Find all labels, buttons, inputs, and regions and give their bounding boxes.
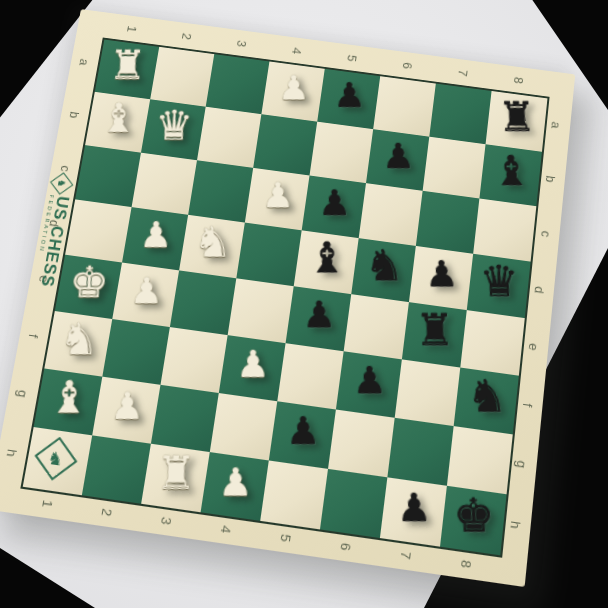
- white-pawn[interactable]: ♟: [261, 178, 294, 213]
- white-bishop[interactable]: ♝: [99, 98, 139, 139]
- square-a4[interactable]: ♟: [261, 61, 324, 121]
- square-d4[interactable]: [236, 223, 301, 287]
- square-b1[interactable]: ♝: [85, 92, 150, 153]
- coord-bottom-1: 1: [40, 498, 57, 508]
- coord-left-h: h: [4, 448, 21, 458]
- white-bishop[interactable]: ♝: [48, 375, 90, 420]
- square-g6[interactable]: [328, 410, 395, 478]
- square-b4[interactable]: [253, 114, 317, 175]
- coord-right-f: f: [520, 402, 536, 408]
- square-e6[interactable]: [344, 294, 409, 359]
- square-f5[interactable]: [277, 343, 343, 409]
- square-h5[interactable]: [260, 460, 328, 529]
- black-bishop[interactable]: ♝: [491, 150, 531, 192]
- black-rook[interactable]: ♜: [497, 97, 537, 138]
- coord-right-a: a: [549, 120, 564, 129]
- square-h3[interactable]: ♜: [141, 444, 210, 513]
- coord-left-b: b: [67, 110, 83, 119]
- coord-right-c: c: [538, 229, 553, 237]
- square-h8[interactable]: ♚: [440, 486, 507, 556]
- square-g2[interactable]: ♟: [92, 377, 160, 444]
- chess-board: 12345678 12345678 abcdefgh abcdefgh ♞ US…: [0, 9, 575, 587]
- square-f4[interactable]: ♟: [219, 335, 286, 401]
- square-f7[interactable]: [395, 359, 461, 426]
- square-h6[interactable]: [320, 469, 387, 538]
- square-f3[interactable]: [160, 327, 227, 393]
- square-h1[interactable]: [23, 427, 92, 495]
- black-pawn[interactable]: ♟: [382, 139, 415, 174]
- coord-top-4: 4: [290, 46, 305, 54]
- square-f2[interactable]: [102, 319, 170, 385]
- square-e1[interactable]: ♚: [55, 255, 122, 319]
- black-knight[interactable]: ♞: [466, 374, 508, 419]
- white-pawn[interactable]: ♟: [110, 387, 145, 425]
- square-d6[interactable]: ♞: [351, 238, 416, 302]
- square-d8[interactable]: ♛: [467, 254, 531, 318]
- coord-top-6: 6: [400, 61, 415, 69]
- coord-bottom-5: 5: [278, 533, 295, 543]
- square-f1[interactable]: ♞: [44, 311, 112, 377]
- square-g4[interactable]: [210, 393, 277, 460]
- square-d1[interactable]: [65, 199, 131, 262]
- square-f8[interactable]: ♞: [454, 368, 519, 435]
- square-d2[interactable]: ♟: [122, 207, 188, 270]
- square-a2[interactable]: [150, 47, 214, 107]
- coord-top-2: 2: [180, 32, 195, 40]
- coord-left-f: f: [26, 333, 42, 339]
- coord-bottom-3: 3: [158, 515, 175, 525]
- coord-left-a: a: [77, 58, 92, 66]
- white-pawn[interactable]: ♟: [129, 273, 163, 309]
- square-d5[interactable]: ♝: [294, 230, 359, 294]
- coord-top-3: 3: [235, 39, 250, 47]
- coord-right-h: h: [508, 519, 524, 529]
- us-chess-logo-icon: ♞: [51, 172, 74, 195]
- black-pawn[interactable]: ♟: [352, 362, 386, 400]
- white-pawn[interactable]: ♟: [236, 346, 270, 383]
- square-c1[interactable]: [75, 145, 141, 207]
- square-b3[interactable]: [197, 107, 261, 168]
- square-e4[interactable]: [228, 278, 294, 343]
- white-knight[interactable]: ♞: [58, 317, 99, 361]
- black-bishop[interactable]: ♝: [307, 237, 347, 280]
- square-c6[interactable]: [359, 183, 423, 246]
- coord-top-1: 1: [125, 24, 140, 32]
- coord-right-b: b: [543, 174, 558, 183]
- coord-right-g: g: [514, 459, 530, 469]
- square-d7[interactable]: ♟: [409, 246, 473, 310]
- black-king[interactable]: ♚: [453, 493, 495, 540]
- square-a7[interactable]: [429, 84, 491, 145]
- square-h2[interactable]: [82, 435, 151, 503]
- square-c3[interactable]: [188, 160, 253, 222]
- square-d3[interactable]: ♞: [179, 215, 245, 278]
- white-pawn[interactable]: ♟: [218, 463, 253, 502]
- board-grid: ♜♟♟♜♝♛♟♝♟♟♟♞♝♞♟♛♚♟♟♜♞♟♟♞♝♟♟♜♟♟♚: [20, 38, 549, 558]
- coord-bottom-4: 4: [218, 524, 235, 534]
- coord-right-d: d: [532, 285, 548, 294]
- square-c2[interactable]: [132, 153, 197, 215]
- square-c7[interactable]: [416, 191, 480, 254]
- black-pawn[interactable]: ♟: [286, 412, 320, 450]
- square-a3[interactable]: [206, 54, 270, 114]
- black-pawn[interactable]: ♟: [302, 297, 336, 334]
- white-pawn[interactable]: ♟: [278, 71, 310, 105]
- black-pawn[interactable]: ♟: [333, 78, 365, 112]
- square-b6[interactable]: ♟: [366, 129, 429, 191]
- square-b8[interactable]: ♝: [479, 144, 542, 206]
- square-c8[interactable]: [473, 198, 536, 261]
- square-h7[interactable]: ♟: [380, 477, 447, 546]
- black-pawn[interactable]: ♟: [396, 488, 431, 527]
- square-h4[interactable]: ♟: [201, 452, 269, 521]
- white-rook[interactable]: ♜: [155, 450, 197, 496]
- coord-top-7: 7: [456, 68, 471, 76]
- black-pawn[interactable]: ♟: [425, 256, 459, 292]
- square-a1[interactable]: ♜: [95, 40, 159, 100]
- square-e5[interactable]: ♟: [286, 286, 352, 351]
- white-king[interactable]: ♚: [69, 261, 110, 304]
- white-queen[interactable]: ♛: [154, 105, 193, 146]
- white-pawn[interactable]: ♟: [139, 217, 173, 253]
- square-e8[interactable]: [460, 310, 524, 376]
- square-e3[interactable]: [170, 270, 236, 335]
- white-knight[interactable]: ♞: [193, 221, 233, 264]
- square-a5[interactable]: ♟: [317, 69, 380, 129]
- square-b2[interactable]: ♛: [141, 99, 206, 160]
- square-c4[interactable]: ♟: [245, 168, 310, 230]
- coord-bottom-7: 7: [398, 550, 414, 560]
- square-a8[interactable]: ♜: [486, 91, 548, 152]
- coord-top-8: 8: [512, 76, 527, 84]
- square-f6[interactable]: ♟: [336, 351, 402, 418]
- coord-top-5: 5: [345, 54, 360, 62]
- photo-corner-bottom-left: [0, 548, 95, 608]
- black-pawn[interactable]: ♟: [318, 186, 351, 221]
- square-b7[interactable]: [423, 137, 486, 199]
- black-rook[interactable]: ♜: [415, 308, 456, 352]
- black-knight[interactable]: ♞: [364, 244, 404, 287]
- square-g5[interactable]: ♟: [269, 401, 336, 469]
- square-g3[interactable]: [151, 385, 219, 452]
- coord-bottom-8: 8: [458, 558, 474, 568]
- square-c5[interactable]: ♟: [302, 175, 366, 238]
- square-g8[interactable]: [447, 426, 513, 494]
- coord-bottom-6: 6: [338, 541, 355, 551]
- coord-left-g: g: [15, 389, 31, 398]
- coord-right-e: e: [526, 342, 542, 351]
- square-a6[interactable]: [373, 76, 436, 137]
- black-queen[interactable]: ♛: [479, 260, 520, 303]
- square-e2[interactable]: ♟: [112, 263, 179, 328]
- white-rook[interactable]: ♜: [108, 45, 147, 85]
- square-b5[interactable]: [310, 122, 374, 183]
- square-g1[interactable]: ♝: [34, 368, 103, 435]
- square-g7[interactable]: [387, 418, 453, 486]
- square-e7[interactable]: ♜: [402, 302, 467, 367]
- coord-bottom-2: 2: [99, 507, 116, 517]
- knight-icon: ♞: [57, 178, 68, 188]
